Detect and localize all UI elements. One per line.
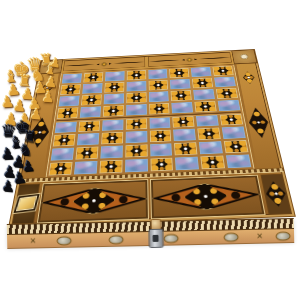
square-c7[interactable] bbox=[104, 82, 124, 92]
box-front-face: ✕✕ bbox=[7, 218, 294, 247]
square-b8[interactable] bbox=[83, 72, 103, 82]
bottom-left-pearl-tile bbox=[12, 184, 41, 225]
square-e7[interactable] bbox=[148, 80, 168, 90]
square-d1[interactable] bbox=[125, 159, 148, 173]
rosette-inlay-icon bbox=[275, 231, 290, 240]
square-h1[interactable] bbox=[226, 155, 251, 169]
checkerboard-lower-half bbox=[49, 114, 252, 176]
square-e2[interactable] bbox=[150, 144, 173, 157]
square-d2[interactable] bbox=[125, 145, 147, 158]
square-e4[interactable] bbox=[149, 117, 171, 129]
checkerboard bbox=[47, 65, 254, 178]
square-b3[interactable] bbox=[77, 133, 99, 145]
square-h3[interactable] bbox=[222, 127, 246, 139]
square-a1[interactable] bbox=[49, 162, 73, 176]
square-f2[interactable] bbox=[174, 142, 197, 155]
square-h8[interactable] bbox=[213, 66, 234, 76]
amber-chess-piece[interactable]: ♟ bbox=[42, 90, 56, 105]
square-f4[interactable] bbox=[173, 116, 195, 128]
square-g1[interactable] bbox=[201, 156, 226, 170]
square-f3[interactable] bbox=[173, 129, 196, 141]
marquise-medallion-icon bbox=[39, 186, 148, 217]
mother-of-pearl-icon bbox=[15, 196, 36, 212]
arrow-right-icon: ▸ bbox=[109, 62, 112, 66]
square-f7[interactable] bbox=[170, 79, 191, 89]
arrow-right-icon: ▸ bbox=[194, 57, 197, 61]
square-d7[interactable] bbox=[126, 81, 146, 91]
diamond-inlay-icon: ◈ bbox=[101, 62, 106, 67]
square-b1[interactable] bbox=[74, 161, 97, 175]
square-g6[interactable] bbox=[193, 89, 215, 100]
square-b6[interactable] bbox=[81, 94, 102, 105]
square-f8[interactable] bbox=[169, 68, 189, 78]
square-a4[interactable] bbox=[55, 121, 77, 133]
bottom-panel-left bbox=[37, 179, 149, 223]
square-b4[interactable] bbox=[78, 120, 100, 132]
square-c6[interactable] bbox=[103, 93, 123, 104]
square-d8[interactable] bbox=[126, 70, 145, 80]
diamond-inlay-icon: ◈ bbox=[187, 57, 193, 62]
square-b2[interactable] bbox=[75, 147, 98, 160]
square-b7[interactable] bbox=[82, 83, 102, 93]
rosette-inlay-icon bbox=[223, 232, 238, 241]
square-g8[interactable] bbox=[191, 67, 212, 77]
square-e8[interactable] bbox=[148, 69, 168, 79]
square-d6[interactable] bbox=[126, 92, 146, 103]
rosette-inlay-icon bbox=[163, 233, 178, 242]
arrow-left-icon: ◂ bbox=[97, 62, 100, 66]
amber-chess-piece[interactable]: ♟ bbox=[49, 56, 62, 70]
square-c4[interactable] bbox=[102, 119, 123, 131]
square-c1[interactable] bbox=[99, 160, 122, 174]
square-a7[interactable] bbox=[60, 84, 81, 94]
square-g2[interactable] bbox=[199, 141, 223, 154]
square-e3[interactable] bbox=[149, 130, 171, 142]
inlay-line bbox=[199, 57, 230, 60]
diamond-medallion-icon bbox=[263, 181, 288, 207]
inlay-line bbox=[114, 61, 145, 64]
square-a3[interactable] bbox=[53, 134, 76, 146]
arrow-left-icon: ◂ bbox=[182, 58, 185, 62]
black-chess-piece[interactable]: ♟ bbox=[1, 178, 15, 193]
square-h2[interactable] bbox=[224, 140, 249, 153]
rosette-inlay-icon bbox=[57, 236, 72, 245]
square-h4[interactable] bbox=[220, 114, 243, 126]
square-c2[interactable] bbox=[100, 146, 122, 159]
bottom-panel-right bbox=[150, 175, 266, 220]
square-c3[interactable] bbox=[101, 132, 123, 144]
inlay-line bbox=[64, 64, 94, 67]
top-right-rosette-icon: ✹ bbox=[231, 49, 257, 64]
star-rosette-icon: ✹ bbox=[239, 53, 250, 61]
metal-clasp-icon[interactable] bbox=[149, 229, 164, 248]
amber-chess-piece[interactable]: ♟ bbox=[0, 95, 14, 111]
square-e6[interactable] bbox=[148, 91, 169, 102]
square-d3[interactable] bbox=[125, 131, 147, 143]
square-f1[interactable] bbox=[175, 157, 199, 171]
x-inlay-icon: ✕ bbox=[30, 237, 37, 245]
bottom-right-mosaic-tile bbox=[260, 174, 292, 215]
square-a6[interactable] bbox=[59, 95, 80, 106]
square-c8[interactable] bbox=[105, 71, 125, 81]
square-g3[interactable] bbox=[198, 128, 221, 140]
square-a8[interactable] bbox=[62, 73, 82, 83]
square-f6[interactable] bbox=[171, 90, 192, 101]
inlay-line bbox=[149, 60, 180, 63]
square-g4[interactable] bbox=[196, 115, 219, 127]
marquise-medallion-icon bbox=[151, 181, 263, 212]
photo-folding-chess-board: ✹ ◂ ◈ ▸ ◂ ◈ ▸ ✹ bbox=[0, 0, 300, 300]
square-g7[interactable] bbox=[192, 78, 213, 89]
x-inlay-icon: ✕ bbox=[256, 232, 263, 240]
diamond-medallion-icon bbox=[242, 71, 256, 84]
square-e1[interactable] bbox=[150, 158, 173, 172]
square-h7[interactable] bbox=[214, 77, 236, 88]
rosette-inlay-icon bbox=[109, 235, 124, 244]
diamond-medallion-icon bbox=[246, 107, 272, 138]
square-h6[interactable] bbox=[216, 88, 238, 99]
square-a2[interactable] bbox=[51, 148, 74, 161]
square-d4[interactable] bbox=[125, 118, 146, 130]
